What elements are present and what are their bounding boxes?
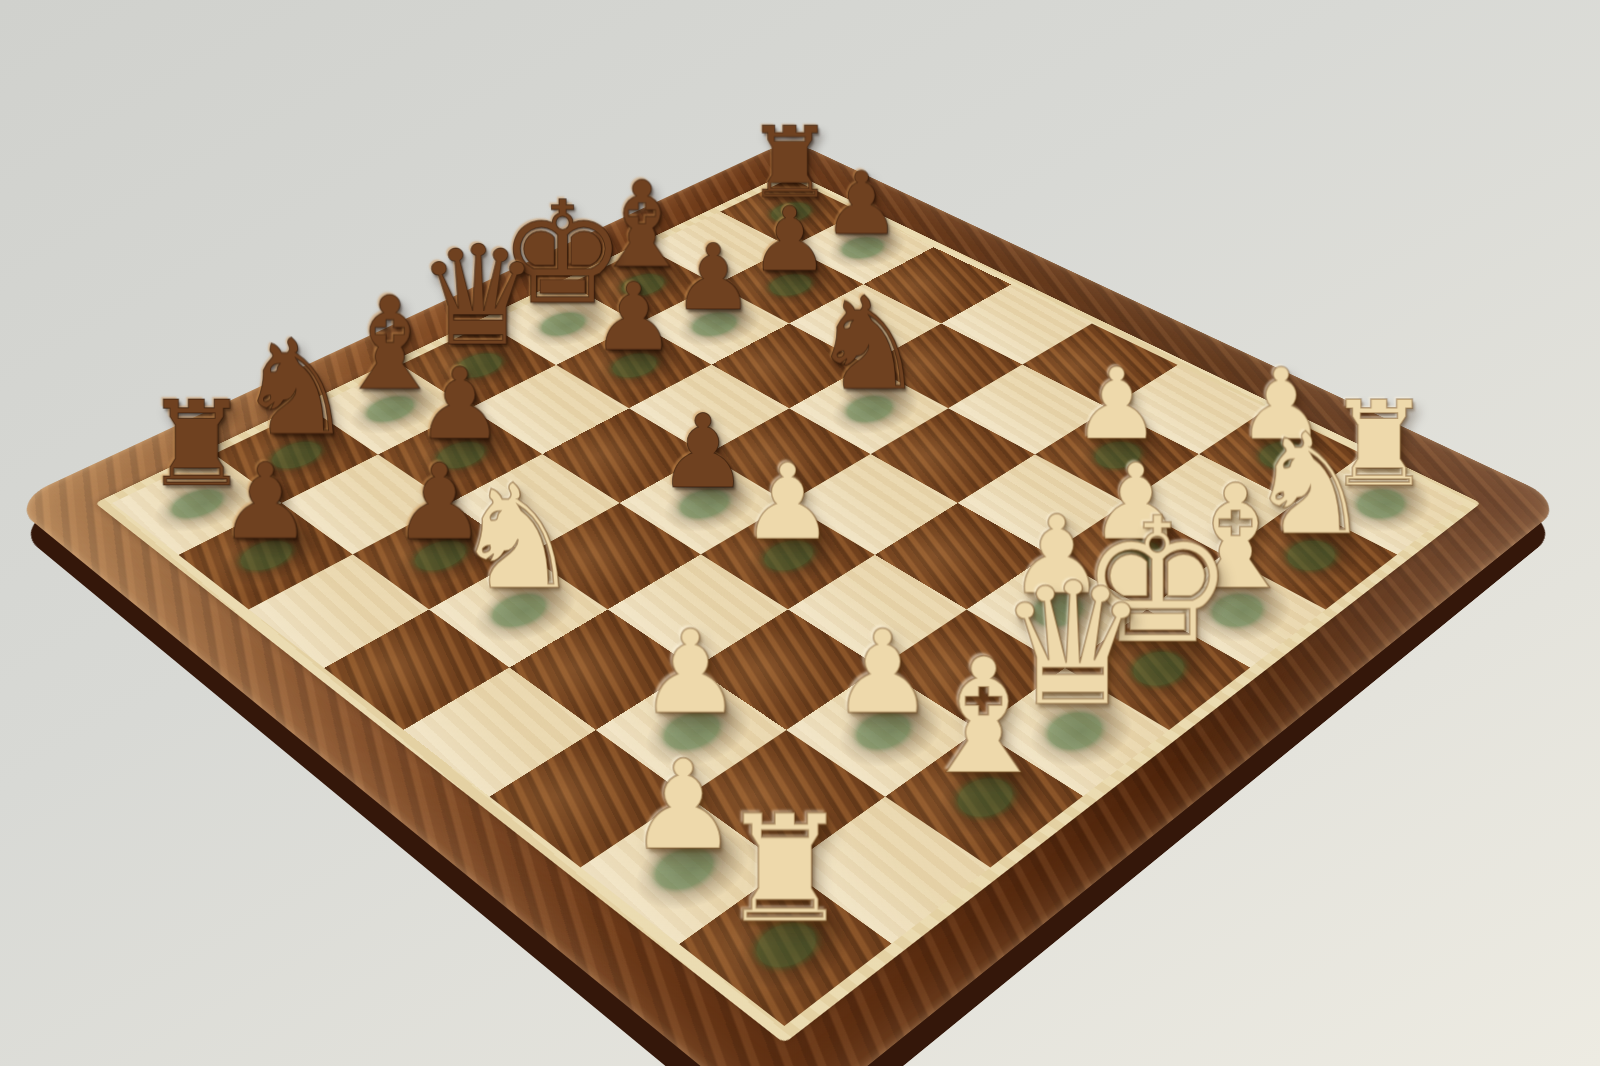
chess-board: ♜♞♝♛♚♝♜♟♟♟♟♟♟♟♞♟♞♟♟♟♟♟♟♟♟♜♝♛♚♝♞♜: [10, 139, 1566, 1066]
white-bishop-c1[interactable]: ♝: [878, 637, 1089, 796]
black-pawn-c7[interactable]: ♟: [372, 355, 547, 454]
white-pawn-b3[interactable]: ♟: [589, 615, 793, 731]
black-pawn-e7[interactable]: ♟: [551, 271, 717, 365]
white-pawn-d4[interactable]: ♟: [695, 450, 880, 555]
black-pawn-a7[interactable]: ♟: [173, 450, 358, 555]
white-knight-b5[interactable]: ♞: [422, 465, 613, 609]
white-rook-a1[interactable]: ♜: [672, 796, 898, 944]
white-pawn-g3[interactable]: ♟: [1029, 355, 1204, 454]
black-knight-f5[interactable]: ♞: [783, 280, 953, 409]
perspective-wrapper: ♜♞♝♛♚♝♜♟♟♟♟♟♟♟♞♟♞♟♟♟♟♟♟♟♟♜♝♛♚♝♞♜: [0, 0, 1600, 1066]
chess-set-photo: ♜♞♝♛♚♝♜♟♟♟♟♟♟♟♞♟♞♟♟♟♟♟♟♟♟♜♝♛♚♝♞♜: [0, 0, 1600, 1066]
board-grid: ♜♞♝♛♚♝♜♟♟♟♟♟♟♟♞♟♞♟♟♟♟♟♟♟♟♜♝♛♚♝♞♜: [112, 178, 1464, 1026]
